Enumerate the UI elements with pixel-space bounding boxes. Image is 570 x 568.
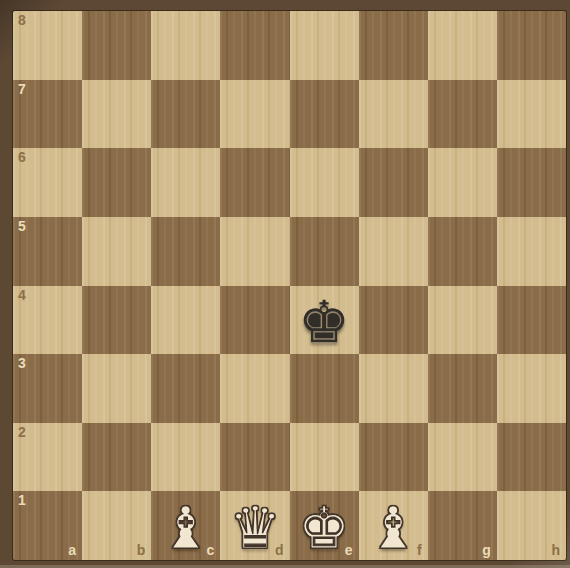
square-a3[interactable]: 3 (13, 354, 82, 423)
square-g1[interactable]: g (428, 491, 497, 560)
square-b7[interactable] (82, 80, 151, 149)
piece-black-king-e4[interactable]: ♚ (290, 288, 359, 357)
file-label-a: a (68, 543, 76, 557)
square-b3[interactable] (82, 354, 151, 423)
square-e3[interactable] (290, 354, 359, 423)
square-h4[interactable] (497, 286, 566, 355)
file-label-b: b (137, 543, 146, 557)
square-c3[interactable] (151, 354, 220, 423)
square-c8[interactable] (151, 11, 220, 80)
square-e7[interactable] (290, 80, 359, 149)
piece-white-bishop-c1[interactable]: ♝ (151, 493, 220, 560)
square-h8[interactable] (497, 11, 566, 80)
square-e4[interactable]: ♚ (290, 286, 359, 355)
square-h7[interactable] (497, 80, 566, 149)
rank-label-1: 1 (18, 493, 26, 507)
square-b2[interactable] (82, 423, 151, 492)
square-h1[interactable]: h (497, 491, 566, 560)
square-f1[interactable]: f♝ (359, 491, 428, 560)
square-c5[interactable] (151, 217, 220, 286)
square-a2[interactable]: 2 (13, 423, 82, 492)
square-h6[interactable] (497, 148, 566, 217)
square-c1[interactable]: c♝ (151, 491, 220, 560)
square-f3[interactable] (359, 354, 428, 423)
square-f5[interactable] (359, 217, 428, 286)
file-label-g: g (482, 543, 491, 557)
square-g4[interactable] (428, 286, 497, 355)
square-d1[interactable]: d♛ (220, 491, 289, 560)
square-e2[interactable] (290, 423, 359, 492)
rank-label-8: 8 (18, 13, 26, 27)
piece-white-bishop-f1[interactable]: ♝ (359, 493, 428, 560)
square-c2[interactable] (151, 423, 220, 492)
square-a8[interactable]: 8 (13, 11, 82, 80)
square-f8[interactable] (359, 11, 428, 80)
square-a5[interactable]: 5 (13, 217, 82, 286)
square-c6[interactable] (151, 148, 220, 217)
square-b4[interactable] (82, 286, 151, 355)
square-b8[interactable] (82, 11, 151, 80)
square-b5[interactable] (82, 217, 151, 286)
square-e6[interactable] (290, 148, 359, 217)
piece-white-king-e1[interactable]: ♚ (290, 493, 359, 560)
square-g6[interactable] (428, 148, 497, 217)
rank-label-6: 6 (18, 150, 26, 164)
square-d5[interactable] (220, 217, 289, 286)
square-c4[interactable] (151, 286, 220, 355)
square-d6[interactable] (220, 148, 289, 217)
square-h2[interactable] (497, 423, 566, 492)
square-e8[interactable] (290, 11, 359, 80)
file-label-h: h (551, 543, 560, 557)
square-f2[interactable] (359, 423, 428, 492)
square-h3[interactable] (497, 354, 566, 423)
square-g5[interactable] (428, 217, 497, 286)
rank-label-4: 4 (18, 288, 26, 302)
square-a4[interactable]: 4 (13, 286, 82, 355)
square-e1[interactable]: e♚ (290, 491, 359, 560)
square-e5[interactable] (290, 217, 359, 286)
square-g7[interactable] (428, 80, 497, 149)
square-a6[interactable]: 6 (13, 148, 82, 217)
square-g3[interactable] (428, 354, 497, 423)
square-a7[interactable]: 7 (13, 80, 82, 149)
square-d2[interactable] (220, 423, 289, 492)
square-d8[interactable] (220, 11, 289, 80)
square-g8[interactable] (428, 11, 497, 80)
square-b1[interactable]: b (82, 491, 151, 560)
square-d3[interactable] (220, 354, 289, 423)
square-d7[interactable] (220, 80, 289, 149)
square-f4[interactable] (359, 286, 428, 355)
rank-label-7: 7 (18, 82, 26, 96)
rank-label-2: 2 (18, 425, 26, 439)
square-c7[interactable] (151, 80, 220, 149)
square-g2[interactable] (428, 423, 497, 492)
rank-label-3: 3 (18, 356, 26, 370)
square-f6[interactable] (359, 148, 428, 217)
chessboard-screenshot: 87654♚321abc♝d♛e♚f♝gh (0, 0, 570, 568)
square-b6[interactable] (82, 148, 151, 217)
square-d4[interactable] (220, 286, 289, 355)
square-h5[interactable] (497, 217, 566, 286)
rank-label-5: 5 (18, 219, 26, 233)
chess-board: 87654♚321abc♝d♛e♚f♝gh (13, 11, 566, 560)
square-a1[interactable]: 1a (13, 491, 82, 560)
piece-white-queen-d1[interactable]: ♛ (220, 493, 289, 560)
square-f7[interactable] (359, 80, 428, 149)
